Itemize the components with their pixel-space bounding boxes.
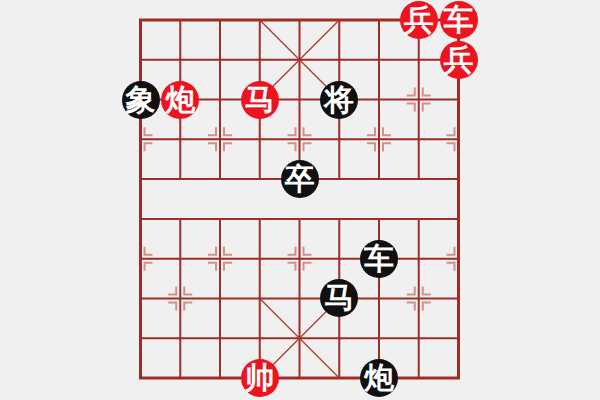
piece-red-soldier-1[interactable]: 兵 bbox=[400, 1, 438, 39]
piece-black-chariot-1[interactable]: 车 bbox=[360, 240, 398, 278]
piece-black-horse-1[interactable]: 马 bbox=[320, 279, 358, 317]
piece-black-soldier-1[interactable]: 卒 bbox=[281, 160, 319, 198]
piece-red-chariot-1[interactable]: 车 bbox=[440, 1, 478, 39]
piece-red-general[interactable]: 帅 bbox=[241, 359, 279, 397]
piece-black-elephant-1[interactable]: 象 bbox=[122, 81, 160, 119]
piece-red-soldier-2[interactable]: 兵 bbox=[440, 41, 478, 79]
piece-black-cannon-1[interactable]: 炮 bbox=[360, 359, 398, 397]
pieces-layer: 兵车兵炮马帅象将卒车马炮 bbox=[0, 0, 600, 400]
piece-black-general[interactable]: 将 bbox=[320, 81, 358, 119]
piece-red-horse-1[interactable]: 马 bbox=[241, 81, 279, 119]
xiangqi-diagram: 兵车兵炮马帅象将卒车马炮 bbox=[0, 0, 600, 400]
piece-red-cannon-1[interactable]: 炮 bbox=[161, 81, 199, 119]
